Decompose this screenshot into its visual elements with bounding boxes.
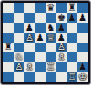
square-a5[interactable] [3, 33, 14, 43]
square-c8[interactable] [24, 3, 35, 13]
piece-white-knight-b3[interactable]: ♘ [14, 52, 23, 61]
square-b2[interactable]: ♙ [14, 62, 25, 72]
piece-black-pawn-h7[interactable]: ♟ [78, 13, 87, 22]
square-f3[interactable]: ♗ [56, 52, 67, 62]
square-c5[interactable]: ♙ [24, 33, 35, 43]
piece-black-pawn-d5[interactable]: ♟ [36, 33, 45, 42]
square-c7[interactable] [24, 13, 35, 23]
square-f7[interactable]: ♚ [56, 13, 67, 23]
square-d4[interactable] [35, 43, 46, 53]
square-a7[interactable] [3, 13, 14, 23]
square-a8[interactable] [3, 3, 14, 13]
square-f4[interactable]: ♙ [56, 43, 67, 53]
square-b5[interactable] [14, 33, 25, 43]
square-d1[interactable] [35, 72, 46, 82]
square-d3[interactable] [35, 52, 46, 62]
square-b6[interactable] [14, 23, 25, 33]
square-h6[interactable] [77, 23, 88, 33]
square-a2[interactable] [3, 62, 14, 72]
square-g5[interactable] [67, 33, 78, 43]
piece-white-king-h1[interactable]: ♔ [78, 72, 87, 81]
square-b8[interactable] [14, 3, 25, 13]
square-e2[interactable]: ♖ [46, 62, 57, 72]
square-h3[interactable] [77, 52, 88, 62]
piece-white-rook-e2[interactable]: ♖ [46, 62, 55, 71]
square-a4[interactable]: ♜ [3, 43, 14, 53]
piece-white-pawn-b2[interactable]: ♙ [14, 62, 23, 71]
square-c1[interactable] [24, 72, 35, 82]
piece-white-bishop-c2[interactable]: ♗ [25, 62, 34, 71]
square-b7[interactable] [14, 13, 25, 23]
square-c3[interactable] [24, 52, 35, 62]
square-f6[interactable]: ♟ [56, 23, 67, 33]
board-frame: ♛♜♚♟♟♟♞♟♙♟♕♟♜♙♘♗♙♗♖♟♖♔ [0, 0, 91, 85]
square-e3[interactable] [46, 52, 57, 62]
square-e4[interactable] [46, 43, 57, 53]
piece-black-pawn-g7[interactable]: ♟ [68, 13, 77, 22]
square-a1[interactable] [3, 72, 14, 82]
square-h5[interactable] [77, 33, 88, 43]
piece-white-rook-g1[interactable]: ♖ [68, 72, 77, 81]
square-h1[interactable]: ♔ [77, 72, 88, 82]
square-f8[interactable] [56, 3, 67, 13]
piece-white-queen-e5[interactable]: ♕ [46, 33, 55, 42]
piece-black-queen-e8[interactable]: ♛ [46, 3, 55, 12]
square-e7[interactable] [46, 13, 57, 23]
square-c6[interactable]: ♟ [24, 23, 35, 33]
square-h2[interactable]: ♟ [77, 62, 88, 72]
square-e6[interactable]: ♞ [46, 23, 57, 33]
piece-black-king-f7[interactable]: ♚ [57, 13, 66, 22]
piece-black-knight-e6[interactable]: ♞ [46, 23, 55, 32]
square-e8[interactable]: ♛ [46, 3, 57, 13]
square-b1[interactable] [14, 72, 25, 82]
piece-black-rook-a4[interactable]: ♜ [4, 43, 13, 52]
piece-white-pawn-c5[interactable]: ♙ [25, 33, 34, 42]
square-e5[interactable]: ♕ [46, 33, 57, 43]
square-a3[interactable] [3, 52, 14, 62]
square-g4[interactable] [67, 43, 78, 53]
piece-black-pawn-f6[interactable]: ♟ [57, 23, 66, 32]
square-h7[interactable]: ♟ [77, 13, 88, 23]
square-f2[interactable] [56, 62, 67, 72]
square-g1[interactable]: ♖ [67, 72, 78, 82]
square-c2[interactable]: ♗ [24, 62, 35, 72]
piece-black-pawn-h2[interactable]: ♟ [78, 62, 87, 71]
square-d7[interactable] [35, 13, 46, 23]
square-d8[interactable] [35, 3, 46, 13]
square-g8[interactable]: ♜ [67, 3, 78, 13]
chess-board: ♛♜♚♟♟♟♞♟♙♟♕♟♜♙♘♗♙♗♖♟♖♔ [3, 3, 88, 82]
square-e1[interactable] [46, 72, 57, 82]
square-d6[interactable] [35, 23, 46, 33]
square-d2[interactable] [35, 62, 46, 72]
square-d5[interactable]: ♟ [35, 33, 46, 43]
square-h4[interactable] [77, 43, 88, 53]
piece-white-pawn-f4[interactable]: ♙ [57, 43, 66, 52]
piece-white-bishop-f3[interactable]: ♗ [57, 52, 66, 61]
piece-black-pawn-f5[interactable]: ♟ [57, 33, 66, 42]
square-g3[interactable] [67, 52, 78, 62]
square-b3[interactable]: ♘ [14, 52, 25, 62]
piece-black-pawn-c6[interactable]: ♟ [25, 23, 34, 32]
square-g6[interactable] [67, 23, 78, 33]
square-f1[interactable] [56, 72, 67, 82]
square-g7[interactable]: ♟ [67, 13, 78, 23]
piece-black-rook-g8[interactable]: ♜ [68, 3, 77, 12]
square-g2[interactable] [67, 62, 78, 72]
square-h8[interactable] [77, 3, 88, 13]
square-f5[interactable]: ♟ [56, 33, 67, 43]
square-a6[interactable] [3, 23, 14, 33]
square-b4[interactable] [14, 43, 25, 53]
square-c4[interactable] [24, 43, 35, 53]
